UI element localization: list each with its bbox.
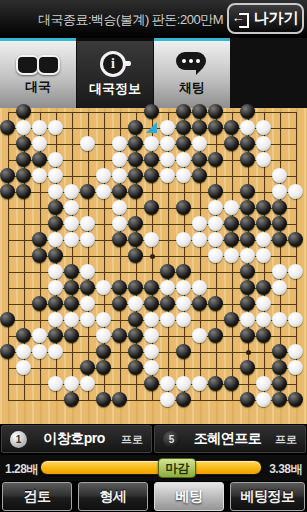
white-stone <box>48 312 63 327</box>
white-stone <box>144 136 159 151</box>
white-stone <box>272 264 287 279</box>
white-stone <box>64 376 79 391</box>
white-stone <box>48 344 63 359</box>
white-stone <box>128 296 143 311</box>
black-stone <box>144 200 159 215</box>
white-stone <box>208 248 223 263</box>
white-stone <box>16 344 31 359</box>
white-stone <box>64 200 79 215</box>
black-stone <box>48 216 63 231</box>
betting-bar: 1.28배 마감 3.38배 <box>0 455 307 481</box>
black-stone <box>0 168 15 183</box>
white-stone <box>64 216 79 231</box>
white-stone <box>224 248 239 263</box>
go-board[interactable] <box>0 108 307 424</box>
black-stone <box>128 168 143 183</box>
white-stone <box>288 312 303 327</box>
betting-info-button[interactable]: 베팅정보 <box>230 482 305 511</box>
black-stone <box>48 328 63 343</box>
white-stone <box>224 200 239 215</box>
white-stone <box>144 328 159 343</box>
black-stone <box>128 232 143 247</box>
white-stone <box>176 152 191 167</box>
white-stone <box>80 216 95 231</box>
black-stone <box>16 136 31 151</box>
black-stone <box>272 376 287 391</box>
black-stone <box>192 296 207 311</box>
black-stone <box>144 104 159 119</box>
white-stone <box>160 152 175 167</box>
tab-game-info[interactable]: i 대국정보 <box>77 38 153 108</box>
black-stone <box>176 104 191 119</box>
left-player-panel[interactable]: 1 이창호pro 프로 <box>1 425 152 453</box>
white-stone <box>160 376 175 391</box>
white-stone <box>144 232 159 247</box>
white-stone <box>112 168 127 183</box>
white-stone <box>176 376 191 391</box>
player-bar: 1 이창호pro 프로 5 조혜연프로 프로 <box>0 424 307 455</box>
black-stone <box>128 280 143 295</box>
black-stone <box>176 120 191 135</box>
white-stone <box>160 136 175 151</box>
white-stone <box>48 280 63 295</box>
black-stone <box>96 392 111 407</box>
white-stone <box>112 216 127 231</box>
white-stone <box>208 200 223 215</box>
black-stone <box>128 216 143 231</box>
white-stone <box>256 120 271 135</box>
exit-icon: ← <box>233 12 249 26</box>
white-stone <box>32 120 47 135</box>
black-stone <box>208 104 223 119</box>
white-stone <box>96 312 111 327</box>
black-stone <box>240 200 255 215</box>
chat-icon <box>176 52 208 76</box>
black-stone <box>288 392 303 407</box>
black-stone <box>192 120 207 135</box>
black-stone <box>224 216 239 231</box>
black-stone <box>48 296 63 311</box>
white-stone <box>176 296 191 311</box>
black-stone <box>272 216 287 231</box>
black-stone <box>176 392 191 407</box>
white-stone <box>160 168 175 183</box>
tab-bar: 대국 i 대국정보 채팅 <box>0 38 307 108</box>
black-stone <box>128 328 143 343</box>
territory-button[interactable]: 형세 <box>78 482 148 511</box>
tab-chat-label: 채팅 <box>179 79 205 97</box>
white-stone <box>64 232 79 247</box>
black-stone <box>272 360 287 375</box>
left-player-name: 이창호pro <box>27 430 121 448</box>
black-stone <box>128 344 143 359</box>
go-betting-app: 대국종료:백승(불계) 판돈:200만M ← 나가기 대국 i 대국정보 채팅 … <box>0 0 307 512</box>
white-stone <box>48 264 63 279</box>
black-stone <box>176 264 191 279</box>
black-stone <box>64 264 79 279</box>
white-stone <box>192 280 207 295</box>
betting-closed-badge[interactable]: 마감 <box>158 458 196 478</box>
black-stone <box>256 328 271 343</box>
white-stone <box>176 312 191 327</box>
white-stone <box>64 184 79 199</box>
black-stone <box>240 360 255 375</box>
black-stone <box>208 296 223 311</box>
black-stone <box>80 280 95 295</box>
black-stone <box>224 136 239 151</box>
white-stone <box>256 296 271 311</box>
white-stone <box>96 168 111 183</box>
tab-chat[interactable]: 채팅 <box>154 38 230 108</box>
black-stone <box>176 136 191 151</box>
black-stone <box>176 344 191 359</box>
black-stone <box>112 280 127 295</box>
black-stone <box>0 184 15 199</box>
black-stone <box>112 232 127 247</box>
white-stone <box>144 312 159 327</box>
right-player-panel[interactable]: 5 조혜연프로 프로 <box>154 425 306 453</box>
white-stone <box>160 120 175 135</box>
white-stone <box>48 120 63 135</box>
white-stone <box>96 280 111 295</box>
left-player-rank: 프로 <box>121 432 143 447</box>
white-stone <box>176 232 191 247</box>
black-stone <box>160 264 175 279</box>
white-stone <box>288 184 303 199</box>
white-stone <box>208 232 223 247</box>
white-stone <box>80 376 95 391</box>
right-player-badge: 5 <box>163 431 180 448</box>
white-stone <box>80 136 95 151</box>
black-stone <box>256 216 271 231</box>
black-stone <box>16 152 31 167</box>
white-stone <box>192 136 207 151</box>
tab-game-info-label: 대국정보 <box>89 80 141 98</box>
white-stone <box>256 152 271 167</box>
white-stone <box>160 280 175 295</box>
black-stone <box>272 232 287 247</box>
white-stone <box>240 120 255 135</box>
black-stone <box>0 312 15 327</box>
black-stone <box>240 264 255 279</box>
black-stone <box>240 296 255 311</box>
black-stone <box>48 248 63 263</box>
black-stone <box>208 184 223 199</box>
black-stone <box>112 296 127 311</box>
white-stone <box>32 168 47 183</box>
white-stone <box>64 312 79 327</box>
white-stone <box>96 184 111 199</box>
black-stone <box>240 104 255 119</box>
right-odds: 3.38배 <box>269 461 302 478</box>
fists-icon <box>16 53 60 75</box>
black-stone <box>96 344 111 359</box>
white-stone <box>288 264 303 279</box>
white-stone <box>272 280 287 295</box>
tab-game[interactable]: 대국 <box>0 38 76 108</box>
white-stone <box>32 344 47 359</box>
white-stone <box>256 376 271 391</box>
betting-button[interactable]: 베팅 <box>154 482 224 511</box>
white-stone <box>16 120 31 135</box>
white-stone <box>160 392 175 407</box>
white-stone <box>256 232 271 247</box>
black-stone <box>272 200 287 215</box>
white-stone <box>256 392 271 407</box>
black-stone <box>176 200 191 215</box>
black-stone <box>208 152 223 167</box>
black-stone <box>288 232 303 247</box>
white-stone <box>272 184 287 199</box>
black-stone <box>32 152 47 167</box>
white-stone <box>144 360 159 375</box>
white-stone <box>192 216 207 231</box>
black-stone <box>32 232 47 247</box>
black-stone <box>64 280 79 295</box>
black-stone <box>128 136 143 151</box>
black-stone <box>240 184 255 199</box>
black-stone <box>64 328 79 343</box>
black-stone <box>112 392 127 407</box>
review-button[interactable]: 검토 <box>2 482 72 511</box>
black-stone <box>240 328 255 343</box>
black-stone <box>16 104 31 119</box>
white-stone <box>32 136 47 151</box>
white-stone <box>192 232 207 247</box>
left-player-badge: 1 <box>10 431 27 448</box>
black-stone <box>240 216 255 231</box>
right-player-rank: 프로 <box>275 432 297 447</box>
black-stone <box>144 296 159 311</box>
black-stone <box>144 152 159 167</box>
game-status-text: 대국종료:백승(불계) 판돈:200만M <box>38 11 223 29</box>
black-stone <box>240 280 255 295</box>
black-stone <box>128 312 143 327</box>
black-stone <box>240 152 255 167</box>
white-stone <box>48 184 63 199</box>
black-stone <box>64 296 79 311</box>
black-stone <box>48 200 63 215</box>
black-stone <box>0 120 15 135</box>
black-stone <box>240 232 255 247</box>
white-stone <box>48 376 63 391</box>
black-stone <box>32 296 47 311</box>
black-stone <box>160 296 175 311</box>
white-stone <box>256 312 271 327</box>
black-stone <box>192 152 207 167</box>
black-stone <box>224 376 239 391</box>
black-stone <box>144 168 159 183</box>
white-stone <box>192 328 207 343</box>
black-stone <box>272 344 287 359</box>
white-stone <box>112 200 127 215</box>
black-stone <box>128 360 143 375</box>
white-stone <box>240 312 255 327</box>
black-stone <box>16 168 31 183</box>
exit-button-label: 나가기 <box>254 9 299 28</box>
white-stone <box>48 168 63 183</box>
white-stone <box>48 152 63 167</box>
white-stone <box>176 280 191 295</box>
white-stone <box>80 264 95 279</box>
black-stone <box>80 184 95 199</box>
info-icon: i <box>98 51 132 77</box>
black-stone <box>272 392 287 407</box>
black-stone <box>208 120 223 135</box>
white-stone <box>32 328 47 343</box>
black-stone <box>16 328 31 343</box>
black-stone <box>256 280 271 295</box>
black-stone <box>192 168 207 183</box>
white-stone <box>112 152 127 167</box>
white-stone <box>208 216 223 231</box>
white-stone <box>288 344 303 359</box>
white-stone <box>16 360 31 375</box>
black-stone <box>128 184 143 199</box>
black-stone <box>112 328 127 343</box>
black-stone <box>64 392 79 407</box>
black-stone <box>0 344 15 359</box>
white-stone <box>176 168 191 183</box>
black-stone <box>240 392 255 407</box>
white-stone <box>48 232 63 247</box>
black-stone <box>208 376 223 391</box>
white-stone <box>160 312 175 327</box>
black-stone <box>96 360 111 375</box>
black-stone <box>128 248 143 263</box>
white-stone <box>272 168 287 183</box>
black-stone <box>80 360 95 375</box>
black-stone <box>224 120 239 135</box>
white-stone <box>80 232 95 247</box>
black-stone <box>128 152 143 167</box>
black-stone <box>144 280 159 295</box>
top-bar: 대국종료:백승(불계) 판돈:200만M ← 나가기 <box>0 0 307 38</box>
black-stone <box>192 104 207 119</box>
black-stone <box>144 376 159 391</box>
white-stone <box>272 312 287 327</box>
white-stone <box>256 136 271 151</box>
white-stone <box>80 312 95 327</box>
black-stone <box>16 184 31 199</box>
betting-progress-bar[interactable]: 마감 <box>40 460 262 475</box>
exit-button[interactable]: ← 나가기 <box>227 3 304 34</box>
black-stone <box>224 232 239 247</box>
right-player-name: 조혜연프로 <box>180 430 275 448</box>
white-stone <box>112 136 127 151</box>
action-button-row: 검토 형세 베팅 베팅정보 <box>0 481 307 512</box>
black-stone <box>240 136 255 151</box>
white-stone <box>192 376 207 391</box>
black-stone <box>224 312 239 327</box>
tab-game-label: 대국 <box>25 78 51 96</box>
white-stone <box>96 328 111 343</box>
black-stone <box>208 328 223 343</box>
black-stone <box>112 184 127 199</box>
white-stone <box>256 248 271 263</box>
black-stone <box>128 120 143 135</box>
white-stone <box>144 344 159 359</box>
white-stone <box>240 248 255 263</box>
black-stone <box>256 200 271 215</box>
black-stone <box>32 248 47 263</box>
left-odds: 1.28배 <box>5 461 38 478</box>
white-stone <box>80 296 95 311</box>
white-stone <box>288 360 303 375</box>
